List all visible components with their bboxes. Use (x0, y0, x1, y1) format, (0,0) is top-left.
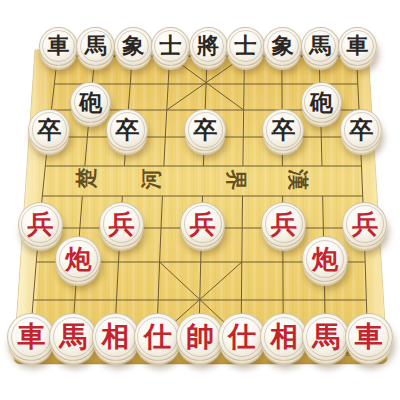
piece-character: 帥 (186, 318, 214, 356)
piece-black-soldier[interactable]: 卒 (184, 109, 226, 151)
piece-character: 卒 (37, 114, 61, 146)
piece-character: 炮 (65, 242, 91, 277)
piece-character: 車 (47, 31, 69, 61)
piece-character: 仕 (228, 318, 256, 356)
piece-red-soldier[interactable]: 兵 (261, 202, 306, 247)
piece-character: 卒 (193, 114, 217, 146)
piece-red-chariot[interactable]: 車 (7, 313, 55, 361)
piece-character: 馬 (309, 31, 331, 61)
piece-black-cannon[interactable]: 砲 (301, 82, 342, 123)
piece-black-elephant[interactable]: 象 (263, 27, 302, 66)
piece-black-soldier[interactable]: 卒 (262, 109, 304, 151)
piece-black-chariot[interactable]: 車 (338, 27, 377, 66)
piece-red-soldier[interactable]: 兵 (99, 202, 144, 247)
xiangqi-photo-scene: 楚 河 界 漢 中国棋 协会 車馬象士將士象馬車砲砲卒卒卒卒卒兵兵兵兵兵炮炮車馬… (0, 0, 400, 400)
piece-character: 卒 (115, 114, 139, 146)
piece-black-advisor[interactable]: 士 (151, 27, 190, 66)
pieces-layer: 車馬象士將士象馬車砲砲卒卒卒卒卒兵兵兵兵兵炮炮車馬相仕帥仕相馬車 (0, 0, 400, 400)
piece-character: 象 (122, 31, 144, 61)
piece-red-advisor[interactable]: 仕 (134, 313, 182, 361)
piece-character: 車 (17, 318, 45, 356)
piece-character: 兵 (108, 207, 134, 242)
piece-red-chariot[interactable]: 車 (345, 313, 393, 361)
piece-character: 車 (355, 318, 383, 356)
piece-character: 砲 (310, 87, 333, 118)
piece-character: 車 (347, 31, 369, 61)
piece-character: 將 (197, 31, 219, 61)
piece-character: 馬 (85, 31, 107, 61)
piece-red-elephant[interactable]: 相 (260, 313, 308, 361)
piece-black-soldier[interactable]: 卒 (340, 109, 382, 151)
piece-character: 卒 (271, 114, 295, 146)
piece-character: 砲 (79, 87, 102, 118)
piece-black-advisor[interactable]: 士 (226, 27, 265, 66)
piece-character: 兵 (190, 207, 216, 242)
piece-black-chariot[interactable]: 車 (39, 27, 78, 66)
piece-red-soldier[interactable]: 兵 (180, 202, 225, 247)
piece-character: 兵 (352, 207, 378, 242)
piece-character: 馬 (59, 318, 87, 356)
piece-character: 象 (272, 31, 294, 61)
piece-character: 兵 (271, 207, 297, 242)
piece-character: 馬 (312, 318, 340, 356)
piece-character: 相 (270, 318, 298, 356)
piece-black-general[interactable]: 將 (189, 27, 228, 66)
piece-black-cannon[interactable]: 砲 (70, 82, 111, 123)
piece-black-soldier[interactable]: 卒 (28, 109, 70, 151)
piece-red-horse[interactable]: 馬 (302, 313, 350, 361)
piece-character: 士 (160, 31, 182, 61)
piece-red-cannon[interactable]: 炮 (302, 236, 348, 282)
piece-red-general[interactable]: 帥 (176, 313, 224, 361)
piece-black-horse[interactable]: 馬 (76, 27, 115, 66)
piece-character: 相 (102, 318, 130, 356)
piece-character: 兵 (27, 207, 53, 242)
piece-red-soldier[interactable]: 兵 (18, 202, 63, 247)
piece-character: 士 (234, 31, 256, 61)
piece-red-soldier[interactable]: 兵 (342, 202, 387, 247)
piece-character: 仕 (144, 318, 172, 356)
piece-black-horse[interactable]: 馬 (301, 27, 340, 66)
piece-red-advisor[interactable]: 仕 (218, 313, 266, 361)
piece-red-horse[interactable]: 馬 (49, 313, 97, 361)
piece-black-elephant[interactable]: 象 (114, 27, 153, 66)
piece-character: 炮 (312, 242, 338, 277)
piece-character: 卒 (349, 114, 373, 146)
piece-black-soldier[interactable]: 卒 (106, 109, 148, 151)
piece-red-elephant[interactable]: 相 (92, 313, 140, 361)
piece-red-cannon[interactable]: 炮 (55, 236, 101, 282)
